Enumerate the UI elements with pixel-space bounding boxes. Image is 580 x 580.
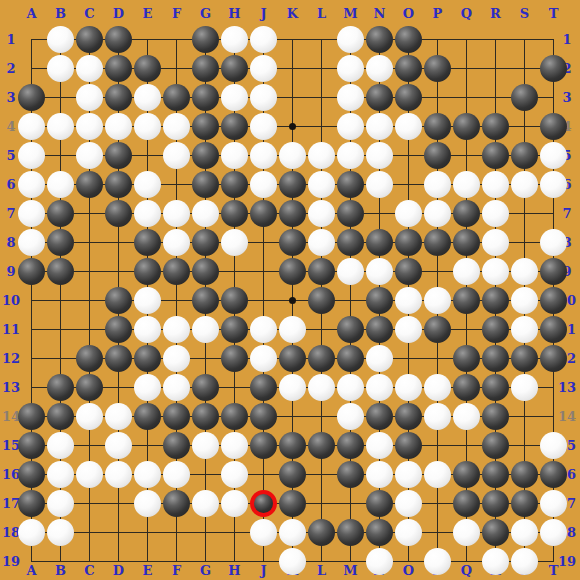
intersection-J8[interactable] xyxy=(249,228,278,257)
intersection-R18[interactable] xyxy=(481,518,510,547)
intersection-M5[interactable] xyxy=(336,141,365,170)
intersection-H4[interactable] xyxy=(220,112,249,141)
intersection-B9[interactable] xyxy=(46,257,75,286)
intersection-D2[interactable] xyxy=(104,54,133,83)
intersection-C17[interactable] xyxy=(75,489,104,518)
intersection-K3[interactable] xyxy=(278,83,307,112)
intersection-S2[interactable] xyxy=(510,54,539,83)
intersection-K7[interactable] xyxy=(278,199,307,228)
intersection-B2[interactable] xyxy=(46,54,75,83)
intersection-M1[interactable] xyxy=(336,25,365,54)
intersection-J7[interactable] xyxy=(249,199,278,228)
intersection-C4[interactable] xyxy=(75,112,104,141)
intersection-L5[interactable] xyxy=(307,141,336,170)
intersection-M12[interactable] xyxy=(336,344,365,373)
intersection-L3[interactable] xyxy=(307,83,336,112)
intersection-P10[interactable] xyxy=(423,286,452,315)
intersection-Q9[interactable] xyxy=(452,257,481,286)
intersection-C10[interactable] xyxy=(75,286,104,315)
intersection-F7[interactable] xyxy=(162,199,191,228)
intersection-K11[interactable] xyxy=(278,315,307,344)
intersection-C11[interactable] xyxy=(75,315,104,344)
intersection-P4[interactable] xyxy=(423,112,452,141)
intersection-J3[interactable] xyxy=(249,83,278,112)
intersection-C7[interactable] xyxy=(75,199,104,228)
intersection-D13[interactable] xyxy=(104,373,133,402)
intersection-N7[interactable] xyxy=(365,199,394,228)
intersection-N3[interactable] xyxy=(365,83,394,112)
intersection-R11[interactable] xyxy=(481,315,510,344)
intersection-D8[interactable] xyxy=(104,228,133,257)
intersection-S16[interactable] xyxy=(510,460,539,489)
intersection-D18[interactable] xyxy=(104,518,133,547)
intersection-H9[interactable] xyxy=(220,257,249,286)
intersection-D7[interactable] xyxy=(104,199,133,228)
intersection-G17[interactable] xyxy=(191,489,220,518)
intersection-J4[interactable] xyxy=(249,112,278,141)
intersection-K14[interactable] xyxy=(278,402,307,431)
intersection-O17[interactable] xyxy=(394,489,423,518)
intersection-S10[interactable] xyxy=(510,286,539,315)
intersection-R17[interactable] xyxy=(481,489,510,518)
intersection-Q5[interactable] xyxy=(452,141,481,170)
intersection-S5[interactable] xyxy=(510,141,539,170)
intersection-S18[interactable] xyxy=(510,518,539,547)
intersection-S14[interactable] xyxy=(510,402,539,431)
intersection-O2[interactable] xyxy=(394,54,423,83)
intersection-M10[interactable] xyxy=(336,286,365,315)
intersection-Q8[interactable] xyxy=(452,228,481,257)
intersection-L1[interactable] xyxy=(307,25,336,54)
intersection-R5[interactable] xyxy=(481,141,510,170)
intersection-E3[interactable] xyxy=(133,83,162,112)
intersection-C6[interactable] xyxy=(75,170,104,199)
intersection-R9[interactable] xyxy=(481,257,510,286)
intersection-R14[interactable] xyxy=(481,402,510,431)
intersection-L7[interactable] xyxy=(307,199,336,228)
intersection-J16[interactable] xyxy=(249,460,278,489)
intersection-B16[interactable] xyxy=(46,460,75,489)
intersection-P17[interactable] xyxy=(423,489,452,518)
intersection-C18[interactable] xyxy=(75,518,104,547)
intersection-S7[interactable] xyxy=(510,199,539,228)
intersection-C8[interactable] xyxy=(75,228,104,257)
intersection-R6[interactable] xyxy=(481,170,510,199)
intersection-B7[interactable] xyxy=(46,199,75,228)
intersection-S9[interactable] xyxy=(510,257,539,286)
intersection-S13[interactable] xyxy=(510,373,539,402)
intersection-R15[interactable] xyxy=(481,431,510,460)
intersection-B11[interactable] xyxy=(46,315,75,344)
intersection-N9[interactable] xyxy=(365,257,394,286)
intersection-Q15[interactable] xyxy=(452,431,481,460)
intersection-K17[interactable] xyxy=(278,489,307,518)
intersection-B1[interactable] xyxy=(46,25,75,54)
intersection-D16[interactable] xyxy=(104,460,133,489)
intersection-Q10[interactable] xyxy=(452,286,481,315)
intersection-P2[interactable] xyxy=(423,54,452,83)
intersection-C1[interactable] xyxy=(75,25,104,54)
intersection-E9[interactable] xyxy=(133,257,162,286)
intersection-R16[interactable] xyxy=(481,460,510,489)
intersection-M18[interactable] xyxy=(336,518,365,547)
intersection-F14[interactable] xyxy=(162,402,191,431)
intersection-O12[interactable] xyxy=(394,344,423,373)
intersection-F6[interactable] xyxy=(162,170,191,199)
intersection-K16[interactable] xyxy=(278,460,307,489)
intersection-J10[interactable] xyxy=(249,286,278,315)
intersection-D11[interactable] xyxy=(104,315,133,344)
intersection-N1[interactable] xyxy=(365,25,394,54)
intersection-N8[interactable] xyxy=(365,228,394,257)
intersection-D1[interactable] xyxy=(104,25,133,54)
intersection-K18[interactable] xyxy=(278,518,307,547)
intersection-S4[interactable] xyxy=(510,112,539,141)
intersection-G16[interactable] xyxy=(191,460,220,489)
intersection-D6[interactable] xyxy=(104,170,133,199)
intersection-M7[interactable] xyxy=(336,199,365,228)
intersection-H3[interactable] xyxy=(220,83,249,112)
intersection-P8[interactable] xyxy=(423,228,452,257)
intersection-P11[interactable] xyxy=(423,315,452,344)
intersection-J18[interactable] xyxy=(249,518,278,547)
intersection-G2[interactable] xyxy=(191,54,220,83)
intersection-Q12[interactable] xyxy=(452,344,481,373)
intersection-H18[interactable] xyxy=(220,518,249,547)
intersection-R4[interactable] xyxy=(481,112,510,141)
intersection-N6[interactable] xyxy=(365,170,394,199)
intersection-B12[interactable] xyxy=(46,344,75,373)
intersection-C9[interactable] xyxy=(75,257,104,286)
intersection-N10[interactable] xyxy=(365,286,394,315)
intersection-C2[interactable] xyxy=(75,54,104,83)
intersection-B6[interactable] xyxy=(46,170,75,199)
intersection-O8[interactable] xyxy=(394,228,423,257)
intersection-O9[interactable] xyxy=(394,257,423,286)
intersection-D12[interactable] xyxy=(104,344,133,373)
intersection-K1[interactable] xyxy=(278,25,307,54)
intersection-K9[interactable] xyxy=(278,257,307,286)
intersection-G4[interactable] xyxy=(191,112,220,141)
intersection-Q11[interactable] xyxy=(452,315,481,344)
intersection-R12[interactable] xyxy=(481,344,510,373)
intersection-Q13[interactable] xyxy=(452,373,481,402)
intersection-C15[interactable] xyxy=(75,431,104,460)
intersection-P12[interactable] xyxy=(423,344,452,373)
intersection-J15[interactable] xyxy=(249,431,278,460)
intersection-E15[interactable] xyxy=(133,431,162,460)
intersection-N4[interactable] xyxy=(365,112,394,141)
intersection-B8[interactable] xyxy=(46,228,75,257)
intersection-F10[interactable] xyxy=(162,286,191,315)
intersection-E14[interactable] xyxy=(133,402,162,431)
intersection-S11[interactable] xyxy=(510,315,539,344)
intersection-E4[interactable] xyxy=(133,112,162,141)
intersection-K5[interactable] xyxy=(278,141,307,170)
intersection-S15[interactable] xyxy=(510,431,539,460)
intersection-Q16[interactable] xyxy=(452,460,481,489)
intersection-F17[interactable] xyxy=(162,489,191,518)
intersection-Q7[interactable] xyxy=(452,199,481,228)
intersection-J2[interactable] xyxy=(249,54,278,83)
intersection-L8[interactable] xyxy=(307,228,336,257)
intersection-L2[interactable] xyxy=(307,54,336,83)
intersection-Q1[interactable] xyxy=(452,25,481,54)
intersection-G7[interactable] xyxy=(191,199,220,228)
intersection-N18[interactable] xyxy=(365,518,394,547)
intersection-F18[interactable] xyxy=(162,518,191,547)
intersection-C16[interactable] xyxy=(75,460,104,489)
intersection-M11[interactable] xyxy=(336,315,365,344)
intersection-E8[interactable] xyxy=(133,228,162,257)
intersection-L14[interactable] xyxy=(307,402,336,431)
intersection-G5[interactable] xyxy=(191,141,220,170)
intersection-D14[interactable] xyxy=(104,402,133,431)
intersection-N2[interactable] xyxy=(365,54,394,83)
intersection-Q18[interactable] xyxy=(452,518,481,547)
intersection-C14[interactable] xyxy=(75,402,104,431)
intersection-P9[interactable] xyxy=(423,257,452,286)
intersection-O15[interactable] xyxy=(394,431,423,460)
intersection-O3[interactable] xyxy=(394,83,423,112)
intersection-C5[interactable] xyxy=(75,141,104,170)
intersection-J14[interactable] xyxy=(249,402,278,431)
intersection-P15[interactable] xyxy=(423,431,452,460)
intersection-J11[interactable] xyxy=(249,315,278,344)
intersection-J6[interactable] xyxy=(249,170,278,199)
intersection-G6[interactable] xyxy=(191,170,220,199)
intersection-R3[interactable] xyxy=(481,83,510,112)
intersection-M3[interactable] xyxy=(336,83,365,112)
intersection-K8[interactable] xyxy=(278,228,307,257)
intersection-F1[interactable] xyxy=(162,25,191,54)
intersection-M8[interactable] xyxy=(336,228,365,257)
intersection-R13[interactable] xyxy=(481,373,510,402)
intersection-G3[interactable] xyxy=(191,83,220,112)
intersection-N17[interactable] xyxy=(365,489,394,518)
intersection-J12[interactable] xyxy=(249,344,278,373)
intersection-L13[interactable] xyxy=(307,373,336,402)
intersection-H12[interactable] xyxy=(220,344,249,373)
intersection-B13[interactable] xyxy=(46,373,75,402)
intersection-P18[interactable] xyxy=(423,518,452,547)
intersection-F2[interactable] xyxy=(162,54,191,83)
intersection-G11[interactable] xyxy=(191,315,220,344)
intersection-H8[interactable] xyxy=(220,228,249,257)
intersection-E16[interactable] xyxy=(133,460,162,489)
intersection-B3[interactable] xyxy=(46,83,75,112)
intersection-H14[interactable] xyxy=(220,402,249,431)
intersection-N14[interactable] xyxy=(365,402,394,431)
intersection-D3[interactable] xyxy=(104,83,133,112)
intersection-R2[interactable] xyxy=(481,54,510,83)
intersection-O11[interactable] xyxy=(394,315,423,344)
intersection-Q14[interactable] xyxy=(452,402,481,431)
intersection-D10[interactable] xyxy=(104,286,133,315)
intersection-J9[interactable] xyxy=(249,257,278,286)
intersection-F13[interactable] xyxy=(162,373,191,402)
intersection-F8[interactable] xyxy=(162,228,191,257)
intersection-F3[interactable] xyxy=(162,83,191,112)
intersection-L6[interactable] xyxy=(307,170,336,199)
intersection-E5[interactable] xyxy=(133,141,162,170)
intersection-B18[interactable] xyxy=(46,518,75,547)
intersection-Q6[interactable] xyxy=(452,170,481,199)
intersection-F5[interactable] xyxy=(162,141,191,170)
intersection-H13[interactable] xyxy=(220,373,249,402)
intersection-Q2[interactable] xyxy=(452,54,481,83)
intersection-N16[interactable] xyxy=(365,460,394,489)
intersection-N5[interactable] xyxy=(365,141,394,170)
intersection-M2[interactable] xyxy=(336,54,365,83)
intersection-M14[interactable] xyxy=(336,402,365,431)
intersection-P13[interactable] xyxy=(423,373,452,402)
intersection-Q4[interactable] xyxy=(452,112,481,141)
intersection-M16[interactable] xyxy=(336,460,365,489)
intersection-J1[interactable] xyxy=(249,25,278,54)
intersection-D9[interactable] xyxy=(104,257,133,286)
intersection-H11[interactable] xyxy=(220,315,249,344)
intersection-H5[interactable] xyxy=(220,141,249,170)
intersection-K10[interactable] xyxy=(278,286,307,315)
intersection-O4[interactable] xyxy=(394,112,423,141)
intersection-G1[interactable] xyxy=(191,25,220,54)
intersection-J13[interactable] xyxy=(249,373,278,402)
intersection-R7[interactable] xyxy=(481,199,510,228)
intersection-D4[interactable] xyxy=(104,112,133,141)
intersection-G9[interactable] xyxy=(191,257,220,286)
intersection-E2[interactable] xyxy=(133,54,162,83)
intersection-N11[interactable] xyxy=(365,315,394,344)
intersection-J5[interactable] xyxy=(249,141,278,170)
intersection-L15[interactable] xyxy=(307,431,336,460)
intersection-G10[interactable] xyxy=(191,286,220,315)
intersection-M4[interactable] xyxy=(336,112,365,141)
intersection-E18[interactable] xyxy=(133,518,162,547)
intersection-P1[interactable] xyxy=(423,25,452,54)
intersection-K12[interactable] xyxy=(278,344,307,373)
intersection-O13[interactable] xyxy=(394,373,423,402)
intersection-D15[interactable] xyxy=(104,431,133,460)
intersection-G15[interactable] xyxy=(191,431,220,460)
intersection-H7[interactable] xyxy=(220,199,249,228)
intersection-P3[interactable] xyxy=(423,83,452,112)
intersection-S17[interactable] xyxy=(510,489,539,518)
intersection-K15[interactable] xyxy=(278,431,307,460)
intersection-H2[interactable] xyxy=(220,54,249,83)
intersection-M15[interactable] xyxy=(336,431,365,460)
intersection-L18[interactable] xyxy=(307,518,336,547)
intersection-P16[interactable] xyxy=(423,460,452,489)
intersection-L11[interactable] xyxy=(307,315,336,344)
intersection-F16[interactable] xyxy=(162,460,191,489)
intersection-D17[interactable] xyxy=(104,489,133,518)
intersection-H6[interactable] xyxy=(220,170,249,199)
intersection-P7[interactable] xyxy=(423,199,452,228)
intersection-M13[interactable] xyxy=(336,373,365,402)
intersection-F12[interactable] xyxy=(162,344,191,373)
intersection-S1[interactable] xyxy=(510,25,539,54)
intersection-C12[interactable] xyxy=(75,344,104,373)
intersection-G12[interactable] xyxy=(191,344,220,373)
intersection-B15[interactable] xyxy=(46,431,75,460)
intersection-H1[interactable] xyxy=(220,25,249,54)
intersection-G13[interactable] xyxy=(191,373,220,402)
intersection-R10[interactable] xyxy=(481,286,510,315)
intersection-L12[interactable] xyxy=(307,344,336,373)
intersection-N15[interactable] xyxy=(365,431,394,460)
intersection-S8[interactable] xyxy=(510,228,539,257)
intersection-K4[interactable] xyxy=(278,112,307,141)
intersection-L10[interactable] xyxy=(307,286,336,315)
intersection-G18[interactable] xyxy=(191,518,220,547)
intersection-E6[interactable] xyxy=(133,170,162,199)
intersection-M17[interactable] xyxy=(336,489,365,518)
intersection-K2[interactable] xyxy=(278,54,307,83)
intersection-L9[interactable] xyxy=(307,257,336,286)
intersection-R1[interactable] xyxy=(481,25,510,54)
intersection-H15[interactable] xyxy=(220,431,249,460)
intersection-O18[interactable] xyxy=(394,518,423,547)
intersection-B4[interactable] xyxy=(46,112,75,141)
intersection-E11[interactable] xyxy=(133,315,162,344)
intersection-D5[interactable] xyxy=(104,141,133,170)
intersection-L4[interactable] xyxy=(307,112,336,141)
intersection-B10[interactable] xyxy=(46,286,75,315)
intersection-E13[interactable] xyxy=(133,373,162,402)
intersection-B17[interactable] xyxy=(46,489,75,518)
intersection-R8[interactable] xyxy=(481,228,510,257)
intersection-O1[interactable] xyxy=(394,25,423,54)
intersection-M9[interactable] xyxy=(336,257,365,286)
intersection-E10[interactable] xyxy=(133,286,162,315)
intersection-P5[interactable] xyxy=(423,141,452,170)
intersection-Q17[interactable] xyxy=(452,489,481,518)
intersection-O10[interactable] xyxy=(394,286,423,315)
intersection-G8[interactable] xyxy=(191,228,220,257)
intersection-O7[interactable] xyxy=(394,199,423,228)
intersection-K6[interactable] xyxy=(278,170,307,199)
intersection-F9[interactable] xyxy=(162,257,191,286)
intersection-E7[interactable] xyxy=(133,199,162,228)
intersection-S6[interactable] xyxy=(510,170,539,199)
intersection-S3[interactable] xyxy=(510,83,539,112)
intersection-E17[interactable] xyxy=(133,489,162,518)
intersection-C13[interactable] xyxy=(75,373,104,402)
intersection-P6[interactable] xyxy=(423,170,452,199)
intersection-E1[interactable] xyxy=(133,25,162,54)
intersection-N12[interactable] xyxy=(365,344,394,373)
intersection-M6[interactable] xyxy=(336,170,365,199)
intersection-Q3[interactable] xyxy=(452,83,481,112)
intersection-L17[interactable] xyxy=(307,489,336,518)
intersection-C3[interactable] xyxy=(75,83,104,112)
intersection-H17[interactable] xyxy=(220,489,249,518)
intersection-E12[interactable] xyxy=(133,344,162,373)
intersection-G14[interactable] xyxy=(191,402,220,431)
intersection-N13[interactable] xyxy=(365,373,394,402)
intersection-F11[interactable] xyxy=(162,315,191,344)
intersection-F15[interactable] xyxy=(162,431,191,460)
intersection-S12[interactable] xyxy=(510,344,539,373)
intersection-B14[interactable] xyxy=(46,402,75,431)
intersection-O5[interactable] xyxy=(394,141,423,170)
intersection-O14[interactable] xyxy=(394,402,423,431)
intersection-P14[interactable] xyxy=(423,402,452,431)
intersection-B5[interactable] xyxy=(46,141,75,170)
intersection-O6[interactable] xyxy=(394,170,423,199)
intersection-O16[interactable] xyxy=(394,460,423,489)
